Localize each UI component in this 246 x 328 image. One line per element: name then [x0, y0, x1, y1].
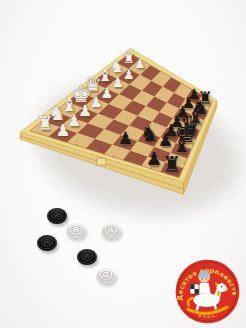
checker-piece-black: [77, 249, 97, 265]
checkered-shield-icon: [190, 284, 199, 294]
checker-piece-white: [101, 223, 121, 239]
brand-badge: Десятое королевство: [175, 259, 240, 324]
brand-badge-graphic: Десятое королевство: [175, 259, 240, 324]
checker-piece-white: [96, 268, 116, 284]
checker-piece-white: [66, 223, 86, 239]
checker-piece-black: [47, 208, 67, 224]
checker-piece-black: [37, 235, 57, 251]
product-photo-scene: ♜♞♝♛♚♝♜♟♟♟♟♟♟♟♞♟♟♟♟♟♟♟♟♟♜♞♝♛♚♝♞♜ Десятое…: [0, 0, 246, 328]
